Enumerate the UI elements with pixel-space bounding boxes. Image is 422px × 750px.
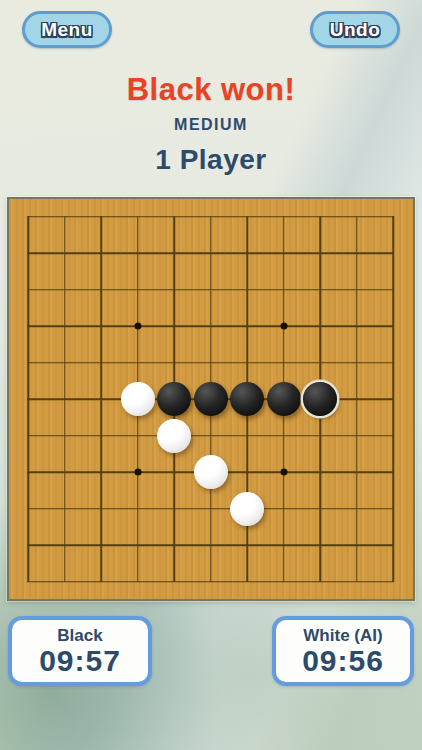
white-clock-panel: White (AI) 09:56 [272,616,414,686]
white-clock-time: 09:56 [302,645,384,677]
app-background: Menu Undo Black won! MEDIUM 1 Player Bla… [0,0,422,750]
grid-line-horizontal [27,435,394,437]
grid-line-horizontal [27,508,394,510]
grid-line-horizontal [27,581,394,583]
menu-button-label: Menu [41,19,93,41]
game-board[interactable] [7,197,415,601]
grid-line-horizontal [27,544,394,546]
undo-button[interactable]: Undo [310,11,400,48]
star-point [134,469,141,476]
black-stone [230,382,264,416]
black-stone [157,382,191,416]
star-point [280,323,287,330]
undo-button-label: Undo [330,19,381,41]
black-clock-label: Black [57,626,102,645]
grid-line-vertical [392,216,394,583]
menu-button[interactable]: Menu [22,11,112,48]
black-stone [194,382,228,416]
white-stone [121,382,155,416]
star-point [280,469,287,476]
grid-line-vertical [356,216,358,583]
black-stone-last-move [303,382,337,416]
mode-label: 1 Player [0,144,422,176]
black-stone [267,382,301,416]
board-grid [28,217,393,582]
white-stone [230,492,264,526]
black-clock-time: 09:57 [39,645,121,677]
result-banner: Black won! [0,72,422,108]
white-clock-label: White (AI) [303,626,382,645]
star-point [134,323,141,330]
black-clock-panel: Black 09:57 [8,616,152,686]
white-stone [157,419,191,453]
white-stone [194,455,228,489]
difficulty-label: MEDIUM [0,116,422,134]
